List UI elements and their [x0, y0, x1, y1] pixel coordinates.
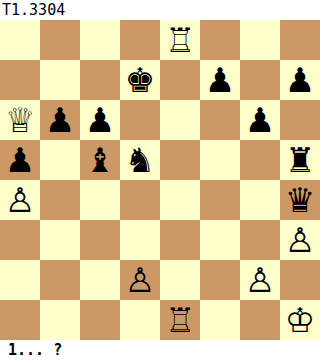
- piece-white-king: ♔: [285, 300, 315, 340]
- square-d6[interactable]: [120, 100, 160, 140]
- piece-black-pawn: ♟: [85, 100, 115, 140]
- piece-black-queen: ♛: [285, 180, 315, 220]
- square-c7[interactable]: [80, 60, 120, 100]
- piece-white-pawn: ♙: [245, 260, 275, 300]
- square-b3[interactable]: [40, 220, 80, 260]
- square-e5[interactable]: [160, 140, 200, 180]
- square-e4[interactable]: [160, 180, 200, 220]
- square-c2[interactable]: [80, 260, 120, 300]
- chess-board: ♖♚♟♟♕♟♟♟♟♝♞♜♙♛♙♙♙♖♔: [0, 20, 320, 340]
- square-d1[interactable]: [120, 300, 160, 340]
- square-b6[interactable]: ♟: [40, 100, 80, 140]
- square-b2[interactable]: [40, 260, 80, 300]
- square-a4[interactable]: ♙: [0, 180, 40, 220]
- square-d2[interactable]: ♙: [120, 260, 160, 300]
- square-a2[interactable]: [0, 260, 40, 300]
- piece-white-pawn: ♙: [5, 180, 35, 220]
- square-f1[interactable]: [200, 300, 240, 340]
- puzzle-header: T1.3304: [0, 0, 320, 20]
- square-f8[interactable]: [200, 20, 240, 60]
- square-h6[interactable]: [280, 100, 320, 140]
- square-a8[interactable]: [0, 20, 40, 60]
- square-h4[interactable]: ♛: [280, 180, 320, 220]
- square-f3[interactable]: [200, 220, 240, 260]
- move-prompt: 1... ?: [0, 340, 62, 360]
- square-g1[interactable]: [240, 300, 280, 340]
- piece-black-pawn: ♟: [45, 100, 75, 140]
- puzzle-page: T1.3304 ♖♚♟♟♕♟♟♟♟♝♞♜♙♛♙♙♙♖♔ 1... ?: [0, 0, 320, 360]
- square-g2[interactable]: ♙: [240, 260, 280, 300]
- square-d8[interactable]: [120, 20, 160, 60]
- square-d3[interactable]: [120, 220, 160, 260]
- square-h5[interactable]: ♜: [280, 140, 320, 180]
- square-a7[interactable]: [0, 60, 40, 100]
- square-g3[interactable]: [240, 220, 280, 260]
- piece-black-king: ♚: [125, 60, 155, 100]
- square-d5[interactable]: ♞: [120, 140, 160, 180]
- square-e2[interactable]: [160, 260, 200, 300]
- piece-white-rook: ♖: [165, 20, 195, 60]
- square-e8[interactable]: ♖: [160, 20, 200, 60]
- square-e3[interactable]: [160, 220, 200, 260]
- square-a6[interactable]: ♕: [0, 100, 40, 140]
- square-d4[interactable]: [120, 180, 160, 220]
- square-h7[interactable]: ♟: [280, 60, 320, 100]
- puzzle-title: T1.3304: [0, 0, 65, 20]
- square-f7[interactable]: ♟: [200, 60, 240, 100]
- square-f2[interactable]: [200, 260, 240, 300]
- square-h3[interactable]: ♙: [280, 220, 320, 260]
- square-g6[interactable]: ♟: [240, 100, 280, 140]
- square-e7[interactable]: [160, 60, 200, 100]
- piece-black-pawn: ♟: [285, 60, 315, 100]
- piece-white-pawn: ♙: [285, 220, 315, 260]
- square-a3[interactable]: [0, 220, 40, 260]
- square-h1[interactable]: ♔: [280, 300, 320, 340]
- square-c1[interactable]: [80, 300, 120, 340]
- square-b1[interactable]: [40, 300, 80, 340]
- square-c4[interactable]: [80, 180, 120, 220]
- piece-white-rook: ♖: [165, 300, 195, 340]
- square-f6[interactable]: [200, 100, 240, 140]
- square-g8[interactable]: [240, 20, 280, 60]
- square-b8[interactable]: [40, 20, 80, 60]
- square-c5[interactable]: ♝: [80, 140, 120, 180]
- square-f4[interactable]: [200, 180, 240, 220]
- square-b5[interactable]: [40, 140, 80, 180]
- puzzle-footer: 1... ?: [0, 340, 320, 360]
- square-d7[interactable]: ♚: [120, 60, 160, 100]
- square-h2[interactable]: [280, 260, 320, 300]
- piece-white-queen: ♕: [5, 100, 35, 140]
- piece-black-pawn: ♟: [245, 100, 275, 140]
- square-h8[interactable]: [280, 20, 320, 60]
- square-e1[interactable]: ♖: [160, 300, 200, 340]
- square-c8[interactable]: [80, 20, 120, 60]
- square-b7[interactable]: [40, 60, 80, 100]
- square-a5[interactable]: ♟: [0, 140, 40, 180]
- piece-black-knight: ♞: [125, 140, 155, 180]
- square-c6[interactable]: ♟: [80, 100, 120, 140]
- square-f5[interactable]: [200, 140, 240, 180]
- piece-black-rook: ♜: [285, 140, 315, 180]
- piece-black-pawn: ♟: [205, 60, 235, 100]
- piece-white-pawn: ♙: [125, 260, 155, 300]
- square-g7[interactable]: [240, 60, 280, 100]
- square-e6[interactable]: [160, 100, 200, 140]
- square-g4[interactable]: [240, 180, 280, 220]
- square-a1[interactable]: [0, 300, 40, 340]
- piece-black-bishop: ♝: [85, 140, 115, 180]
- square-c3[interactable]: [80, 220, 120, 260]
- square-b4[interactable]: [40, 180, 80, 220]
- piece-black-pawn: ♟: [5, 140, 35, 180]
- square-g5[interactable]: [240, 140, 280, 180]
